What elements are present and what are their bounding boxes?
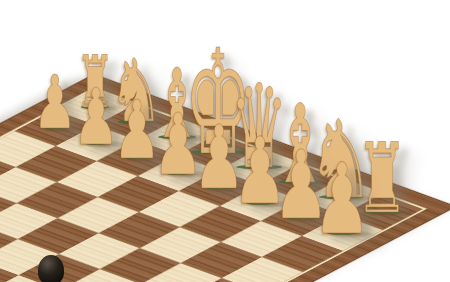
board-grid xyxy=(0,87,427,282)
chess-board xyxy=(0,75,450,282)
chess-set-photo: ♜♞♟♝♟♚♟♛♟♝♟♞♟♜♟♟ xyxy=(0,0,450,282)
black-piece-top xyxy=(38,255,64,282)
